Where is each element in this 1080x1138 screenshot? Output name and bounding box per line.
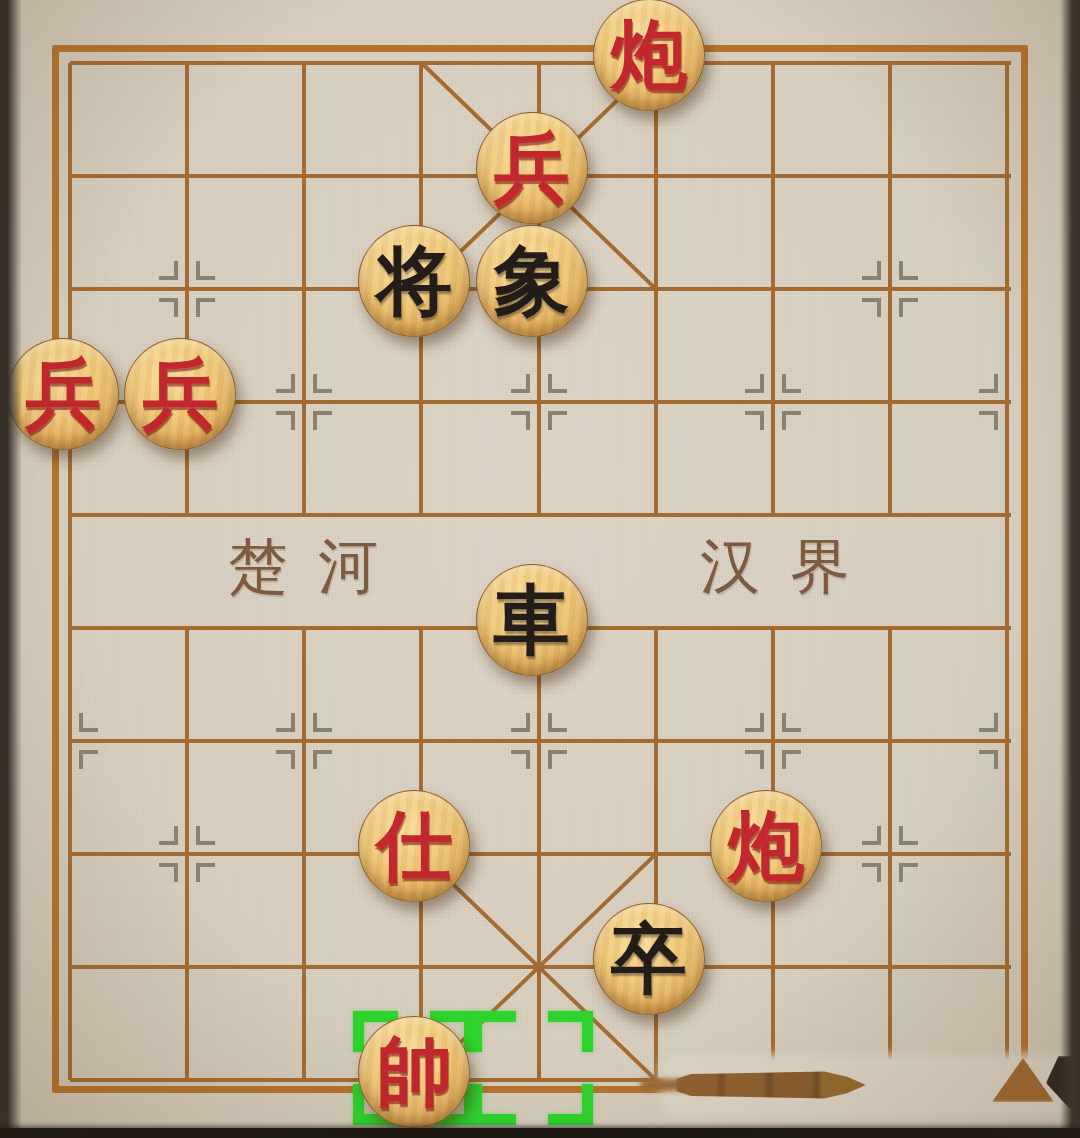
selection-bracket-corner: [548, 1011, 593, 1052]
position-marker-corner: [196, 863, 215, 882]
piece-character: 将: [376, 225, 452, 337]
grid-line-vertical: [1005, 63, 1009, 1080]
selection-bracket: [471, 1011, 593, 1125]
position-marker-corner: [745, 750, 764, 769]
position-marker-corner: [745, 411, 764, 430]
position-marker-corner: [313, 750, 332, 769]
grid-line-horizontal: [70, 852, 1011, 856]
position-marker-corner: [196, 261, 215, 280]
position-marker-corner: [979, 411, 998, 430]
piece-red-soldier[interactable]: 兵: [476, 112, 588, 224]
position-marker-corner: [511, 374, 530, 393]
piece-red-cannon[interactable]: 炮: [593, 0, 705, 111]
position-marker-corner: [313, 411, 332, 430]
grid-line-vertical: [68, 63, 72, 1080]
position-marker-corner: [196, 298, 215, 317]
selection-bracket-corner: [548, 1084, 593, 1125]
grid-line-vertical: [888, 628, 892, 1080]
piece-red-soldier[interactable]: 兵: [7, 338, 119, 450]
piece-black-elephant[interactable]: 象: [476, 225, 588, 337]
position-marker-corner: [745, 713, 764, 732]
piece-character: 卒: [611, 903, 687, 1015]
piece-black-general[interactable]: 将: [358, 225, 470, 337]
position-marker-corner: [899, 261, 918, 280]
position-marker-corner: [745, 374, 764, 393]
xiangqi-app: 炮兵将象兵兵車仕炮卒帥 楚河 汉界: [0, 0, 1080, 1138]
position-marker-corner: [511, 411, 530, 430]
position-marker-corner: [548, 750, 567, 769]
position-marker-corner: [862, 261, 881, 280]
position-marker-corner: [862, 826, 881, 845]
position-marker-corner: [159, 298, 178, 317]
river-label-chu-he: 楚河: [228, 531, 408, 601]
grid-line-horizontal: [70, 739, 1011, 743]
piece-red-soldier[interactable]: 兵: [124, 338, 236, 450]
grid-line-vertical: [185, 628, 189, 1080]
position-marker-corner: [979, 374, 998, 393]
piece-character: 炮: [611, 0, 687, 111]
position-marker-corner: [159, 261, 178, 280]
position-marker-corner: [276, 374, 295, 393]
piece-red-advisor[interactable]: 仕: [358, 790, 470, 902]
piece-character: 仕: [376, 790, 452, 902]
position-marker-corner: [782, 750, 801, 769]
edge-vignette-right: [1060, 0, 1080, 1138]
position-marker-corner: [313, 374, 332, 393]
position-marker-corner: [862, 298, 881, 317]
piece-character: 象: [494, 225, 570, 337]
selection-bracket-corner: [471, 1084, 516, 1125]
position-marker-corner: [782, 411, 801, 430]
position-marker-corner: [899, 863, 918, 882]
position-marker-corner: [979, 713, 998, 732]
piece-red-cannon[interactable]: 炮: [710, 790, 822, 902]
grid-line-vertical: [302, 628, 306, 1080]
position-marker-corner: [276, 411, 295, 430]
bottom-black-bar: [0, 1128, 1080, 1138]
position-marker-corner: [511, 713, 530, 732]
piece-character: 兵: [494, 112, 570, 224]
position-marker-corner: [276, 713, 295, 732]
position-marker-corner: [313, 713, 332, 732]
position-marker-corner: [511, 750, 530, 769]
position-marker-corner: [548, 713, 567, 732]
position-marker-corner: [862, 863, 881, 882]
piece-character: 兵: [25, 338, 101, 450]
position-marker-corner: [79, 750, 98, 769]
position-marker-corner: [782, 713, 801, 732]
piece-character: 炮: [728, 790, 804, 902]
position-marker-corner: [548, 411, 567, 430]
position-marker-corner: [548, 374, 567, 393]
piece-character: 兵: [142, 338, 218, 450]
piece-black-soldier[interactable]: 卒: [593, 903, 705, 1015]
position-marker-corner: [899, 298, 918, 317]
river-label-han-jie: 汉界: [700, 531, 880, 601]
grid-line-vertical: [302, 63, 306, 517]
position-marker-corner: [196, 826, 215, 845]
position-marker-corner: [276, 750, 295, 769]
position-marker-corner: [979, 750, 998, 769]
position-marker-corner: [159, 863, 178, 882]
grid-line-vertical: [888, 63, 892, 517]
position-marker-corner: [899, 826, 918, 845]
piece-red-general[interactable]: 帥: [358, 1016, 470, 1128]
grid-line-vertical: [771, 63, 775, 517]
position-marker-corner: [159, 826, 178, 845]
position-marker-corner: [782, 374, 801, 393]
edge-vignette-left: [0, 0, 22, 1138]
selection-bracket-corner: [471, 1011, 516, 1052]
piece-character: 帥: [376, 1016, 452, 1128]
piece-character: 車: [494, 564, 570, 676]
grid-line-horizontal: [70, 61, 1011, 65]
piece-black-chariot[interactable]: 車: [476, 564, 588, 676]
grid-line-horizontal: [70, 513, 1011, 517]
position-marker-corner: [79, 713, 98, 732]
